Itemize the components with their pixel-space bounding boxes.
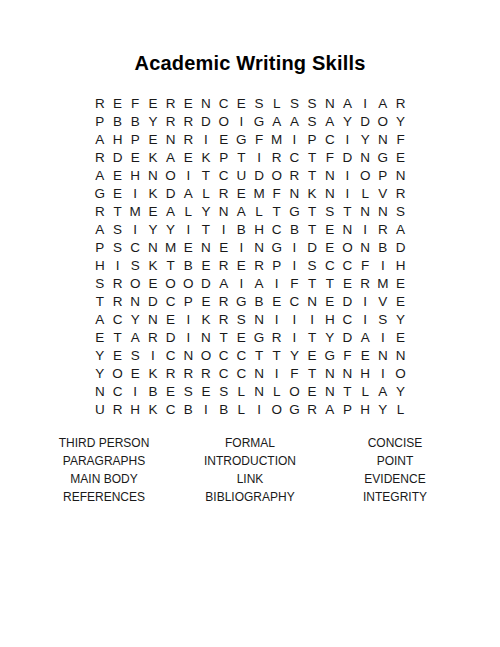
grid-cell-r12c15[interactable]: D <box>339 292 357 310</box>
grid-cell-r15c3[interactable]: S <box>126 346 144 364</box>
grid-cell-r12c3[interactable]: N <box>126 292 144 310</box>
grid-cell-r3c15[interactable]: I <box>339 130 357 148</box>
grid-cell-r1c14[interactable]: N <box>321 94 339 112</box>
grid-cell-r1c18[interactable]: R <box>392 94 410 112</box>
grid-cell-r8c14[interactable]: E <box>321 220 339 238</box>
grid-cell-r11c16[interactable]: R <box>356 274 374 292</box>
grid-cell-r5c16[interactable]: O <box>356 166 374 184</box>
grid-cell-r9c4[interactable]: N <box>144 238 162 256</box>
grid-cell-r3c2[interactable]: H <box>109 130 127 148</box>
grid-cell-r6c3[interactable]: I <box>126 184 144 202</box>
grid-cell-r6c16[interactable]: L <box>356 184 374 202</box>
grid-cell-r17c11[interactable]: L <box>268 382 286 400</box>
grid-cell-r18c6[interactable]: B <box>179 400 197 418</box>
grid-cell-r14c15[interactable]: D <box>339 328 357 346</box>
grid-cell-r7c15[interactable]: T <box>339 202 357 220</box>
grid-cell-r2c7[interactable]: D <box>197 112 215 130</box>
grid-cell-r13c18[interactable]: Y <box>392 310 410 328</box>
grid-cell-r10c7[interactable]: E <box>197 256 215 274</box>
grid-cell-r12c10[interactable]: B <box>250 292 268 310</box>
grid-cell-r1c6[interactable]: E <box>179 94 197 112</box>
grid-cell-r8c12[interactable]: B <box>286 220 304 238</box>
grid-cell-r14c5[interactable]: D <box>162 328 180 346</box>
grid-cell-r14c1[interactable]: E <box>91 328 109 346</box>
grid-cell-r1c3[interactable]: F <box>126 94 144 112</box>
grid-cell-r5c14[interactable]: N <box>321 166 339 184</box>
grid-cell-r17c10[interactable]: N <box>250 382 268 400</box>
grid-cell-r15c8[interactable]: C <box>215 346 233 364</box>
grid-cell-r1c8[interactable]: C <box>215 94 233 112</box>
grid-cell-r12c5[interactable]: C <box>162 292 180 310</box>
grid-cell-r10c15[interactable]: C <box>339 256 357 274</box>
grid-cell-r17c15[interactable]: T <box>339 382 357 400</box>
grid-cell-r14c13[interactable]: T <box>303 328 321 346</box>
grid-cell-r15c16[interactable]: E <box>356 346 374 364</box>
grid-cell-r3c12[interactable]: I <box>286 130 304 148</box>
grid-cell-r12c18[interactable]: E <box>392 292 410 310</box>
grid-cell-r10c11[interactable]: P <box>268 256 286 274</box>
grid-cell-r13c3[interactable]: Y <box>126 310 144 328</box>
grid-cell-r2c13[interactable]: S <box>303 112 321 130</box>
grid-cell-r13c13[interactable]: I <box>303 310 321 328</box>
grid-cell-r9c9[interactable]: I <box>233 238 251 256</box>
grid-cell-r2c14[interactable]: A <box>321 112 339 130</box>
grid-cell-r14c7[interactable]: N <box>197 328 215 346</box>
grid-cell-r1c4[interactable]: E <box>144 94 162 112</box>
grid-cell-r9c1[interactable]: P <box>91 238 109 256</box>
grid-cell-r17c6[interactable]: S <box>179 382 197 400</box>
grid-cell-r1c9[interactable]: E <box>233 94 251 112</box>
grid-cell-r16c4[interactable]: K <box>144 364 162 382</box>
grid-cell-r7c6[interactable]: L <box>179 202 197 220</box>
grid-cell-r11c11[interactable]: I <box>268 274 286 292</box>
grid-cell-r2c1[interactable]: P <box>91 112 109 130</box>
grid-cell-r5c15[interactable]: I <box>339 166 357 184</box>
grid-cell-r13c17[interactable]: S <box>374 310 392 328</box>
grid-cell-r12c9[interactable]: G <box>233 292 251 310</box>
grid-cell-r16c11[interactable]: I <box>268 364 286 382</box>
grid-cell-r8c2[interactable]: S <box>109 220 127 238</box>
grid-cell-r17c17[interactable]: A <box>374 382 392 400</box>
grid-cell-r9c10[interactable]: N <box>250 238 268 256</box>
grid-cell-r11c3[interactable]: O <box>126 274 144 292</box>
grid-cell-r13c4[interactable]: N <box>144 310 162 328</box>
grid-cell-r2c4[interactable]: Y <box>144 112 162 130</box>
grid-cell-r14c2[interactable]: T <box>109 328 127 346</box>
grid-cell-r5c10[interactable]: D <box>250 166 268 184</box>
grid-cell-r10c3[interactable]: S <box>126 256 144 274</box>
grid-cell-r5c12[interactable]: R <box>286 166 304 184</box>
grid-cell-r16c17[interactable]: I <box>374 364 392 382</box>
grid-cell-r17c8[interactable]: S <box>215 382 233 400</box>
grid-cell-r9c17[interactable]: B <box>374 238 392 256</box>
grid-cell-r15c1[interactable]: Y <box>91 346 109 364</box>
grid-cell-r11c5[interactable]: O <box>162 274 180 292</box>
grid-cell-r3c7[interactable]: I <box>197 130 215 148</box>
grid-cell-r16c6[interactable]: R <box>179 364 197 382</box>
grid-cell-r12c6[interactable]: P <box>179 292 197 310</box>
grid-cell-r2c2[interactable]: B <box>109 112 127 130</box>
grid-cell-r4c10[interactable]: I <box>250 148 268 166</box>
grid-cell-r12c13[interactable]: N <box>303 292 321 310</box>
grid-cell-r11c10[interactable]: A <box>250 274 268 292</box>
grid-cell-r16c10[interactable]: N <box>250 364 268 382</box>
grid-cell-r6c14[interactable]: N <box>321 184 339 202</box>
grid-cell-r7c12[interactable]: G <box>286 202 304 220</box>
grid-cell-r11c2[interactable]: R <box>109 274 127 292</box>
grid-cell-r10c13[interactable]: S <box>303 256 321 274</box>
grid-cell-r5c5[interactable]: O <box>162 166 180 184</box>
grid-cell-r6c4[interactable]: K <box>144 184 162 202</box>
grid-cell-r12c8[interactable]: R <box>215 292 233 310</box>
grid-cell-r10c5[interactable]: T <box>162 256 180 274</box>
grid-cell-r15c2[interactable]: E <box>109 346 127 364</box>
grid-cell-r7c18[interactable]: S <box>392 202 410 220</box>
grid-cell-r16c13[interactable]: T <box>303 364 321 382</box>
grid-cell-r16c7[interactable]: R <box>197 364 215 382</box>
grid-cell-r12c11[interactable]: E <box>268 292 286 310</box>
grid-cell-r18c16[interactable]: H <box>356 400 374 418</box>
grid-cell-r6c8[interactable]: R <box>215 184 233 202</box>
grid-cell-r5c4[interactable]: N <box>144 166 162 184</box>
grid-cell-r11c13[interactable]: T <box>303 274 321 292</box>
grid-cell-r10c16[interactable]: F <box>356 256 374 274</box>
grid-cell-r16c16[interactable]: H <box>356 364 374 382</box>
grid-cell-r1c2[interactable]: E <box>109 94 127 112</box>
grid-cell-r12c17[interactable]: V <box>374 292 392 310</box>
grid-cell-r16c8[interactable]: C <box>215 364 233 382</box>
grid-cell-r3c18[interactable]: F <box>392 130 410 148</box>
grid-cell-r11c8[interactable]: A <box>215 274 233 292</box>
grid-cell-r15c11[interactable]: T <box>268 346 286 364</box>
grid-cell-r10c4[interactable]: K <box>144 256 162 274</box>
grid-cell-r12c14[interactable]: E <box>321 292 339 310</box>
grid-cell-r15c14[interactable]: G <box>321 346 339 364</box>
grid-cell-r3c13[interactable]: P <box>303 130 321 148</box>
grid-cell-r15c15[interactable]: F <box>339 346 357 364</box>
grid-cell-r15c12[interactable]: Y <box>286 346 304 364</box>
grid-cell-r2c6[interactable]: R <box>179 112 197 130</box>
grid-cell-r6c11[interactable]: F <box>268 184 286 202</box>
grid-cell-r9c11[interactable]: G <box>268 238 286 256</box>
grid-cell-r14c12[interactable]: I <box>286 328 304 346</box>
grid-cell-r16c5[interactable]: R <box>162 364 180 382</box>
grid-cell-r7c8[interactable]: N <box>215 202 233 220</box>
grid-cell-r3c4[interactable]: E <box>144 130 162 148</box>
grid-cell-r11c6[interactable]: O <box>179 274 197 292</box>
grid-cell-r17c14[interactable]: N <box>321 382 339 400</box>
grid-cell-r9c8[interactable]: E <box>215 238 233 256</box>
grid-cell-r2c17[interactable]: O <box>374 112 392 130</box>
grid-cell-r13c1[interactable]: A <box>91 310 109 328</box>
grid-cell-r4c11[interactable]: R <box>268 148 286 166</box>
grid-cell-r6c17[interactable]: V <box>374 184 392 202</box>
grid-cell-r9c2[interactable]: S <box>109 238 127 256</box>
grid-cell-r17c1[interactable]: N <box>91 382 109 400</box>
grid-cell-r8c17[interactable]: R <box>374 220 392 238</box>
grid-cell-r7c16[interactable]: N <box>356 202 374 220</box>
grid-cell-r10c12[interactable]: I <box>286 256 304 274</box>
grid-cell-r1c15[interactable]: A <box>339 94 357 112</box>
grid-cell-r12c2[interactable]: R <box>109 292 127 310</box>
grid-cell-r2c10[interactable]: G <box>250 112 268 130</box>
grid-cell-r14c16[interactable]: A <box>356 328 374 346</box>
grid-cell-r5c18[interactable]: N <box>392 166 410 184</box>
grid-cell-r15c17[interactable]: N <box>374 346 392 364</box>
grid-cell-r4c3[interactable]: E <box>126 148 144 166</box>
grid-cell-r3c11[interactable]: M <box>268 130 286 148</box>
grid-cell-r1c16[interactable]: I <box>356 94 374 112</box>
grid-cell-r14c3[interactable]: A <box>126 328 144 346</box>
grid-cell-r13c16[interactable]: I <box>356 310 374 328</box>
grid-cell-r18c11[interactable]: O <box>268 400 286 418</box>
grid-cell-r10c9[interactable]: E <box>233 256 251 274</box>
grid-cell-r4c15[interactable]: D <box>339 148 357 166</box>
grid-cell-r11c14[interactable]: T <box>321 274 339 292</box>
grid-cell-r8c15[interactable]: N <box>339 220 357 238</box>
grid-cell-r4c6[interactable]: E <box>179 148 197 166</box>
grid-cell-r8c16[interactable]: I <box>356 220 374 238</box>
grid-cell-r3c8[interactable]: E <box>215 130 233 148</box>
grid-cell-r11c1[interactable]: S <box>91 274 109 292</box>
grid-cell-r13c6[interactable]: I <box>179 310 197 328</box>
grid-cell-r5c8[interactable]: C <box>215 166 233 184</box>
grid-cell-r9c13[interactable]: D <box>303 238 321 256</box>
grid-cell-r9c16[interactable]: N <box>356 238 374 256</box>
grid-cell-r11c4[interactable]: E <box>144 274 162 292</box>
grid-cell-r2c11[interactable]: A <box>268 112 286 130</box>
grid-cell-r4c12[interactable]: C <box>286 148 304 166</box>
grid-cell-r16c18[interactable]: O <box>392 364 410 382</box>
grid-cell-r6c6[interactable]: A <box>179 184 197 202</box>
grid-cell-r8c10[interactable]: H <box>250 220 268 238</box>
grid-cell-r16c9[interactable]: C <box>233 364 251 382</box>
grid-cell-r7c13[interactable]: T <box>303 202 321 220</box>
grid-cell-r4c18[interactable]: E <box>392 148 410 166</box>
grid-cell-r2c15[interactable]: Y <box>339 112 357 130</box>
grid-cell-r17c13[interactable]: E <box>303 382 321 400</box>
grid-cell-r14c14[interactable]: Y <box>321 328 339 346</box>
grid-cell-r9c7[interactable]: N <box>197 238 215 256</box>
grid-cell-r17c12[interactable]: O <box>286 382 304 400</box>
grid-cell-r8c11[interactable]: C <box>268 220 286 238</box>
grid-cell-r2c18[interactable]: Y <box>392 112 410 130</box>
grid-cell-r9c14[interactable]: E <box>321 238 339 256</box>
grid-cell-r10c18[interactable]: H <box>392 256 410 274</box>
grid-cell-r10c14[interactable]: C <box>321 256 339 274</box>
grid-cell-r12c4[interactable]: D <box>144 292 162 310</box>
grid-cell-r18c3[interactable]: H <box>126 400 144 418</box>
grid-cell-r13c7[interactable]: K <box>197 310 215 328</box>
grid-cell-r18c8[interactable]: B <box>215 400 233 418</box>
grid-cell-r17c5[interactable]: E <box>162 382 180 400</box>
grid-cell-r13c5[interactable]: E <box>162 310 180 328</box>
grid-cell-r9c5[interactable]: M <box>162 238 180 256</box>
grid-cell-r2c12[interactable]: A <box>286 112 304 130</box>
grid-cell-r1c1[interactable]: R <box>91 94 109 112</box>
grid-cell-r7c7[interactable]: Y <box>197 202 215 220</box>
grid-cell-r9c6[interactable]: E <box>179 238 197 256</box>
grid-cell-r1c13[interactable]: S <box>303 94 321 112</box>
grid-cell-r16c2[interactable]: O <box>109 364 127 382</box>
grid-cell-r9c18[interactable]: D <box>392 238 410 256</box>
grid-cell-r10c6[interactable]: B <box>179 256 197 274</box>
grid-cell-r18c12[interactable]: G <box>286 400 304 418</box>
grid-cell-r4c4[interactable]: K <box>144 148 162 166</box>
grid-cell-r14c9[interactable]: E <box>233 328 251 346</box>
grid-cell-r1c7[interactable]: N <box>197 94 215 112</box>
grid-cell-r16c1[interactable]: Y <box>91 364 109 382</box>
grid-cell-r17c18[interactable]: Y <box>392 382 410 400</box>
grid-cell-r14c17[interactable]: I <box>374 328 392 346</box>
grid-cell-r14c18[interactable]: E <box>392 328 410 346</box>
grid-cell-r6c5[interactable]: D <box>162 184 180 202</box>
grid-cell-r10c17[interactable]: I <box>374 256 392 274</box>
grid-cell-r6c18[interactable]: R <box>392 184 410 202</box>
grid-cell-r18c10[interactable]: I <box>250 400 268 418</box>
grid-cell-r8c4[interactable]: Y <box>144 220 162 238</box>
grid-cell-r7c14[interactable]: S <box>321 202 339 220</box>
grid-cell-r6c15[interactable]: I <box>339 184 357 202</box>
grid-cell-r7c5[interactable]: A <box>162 202 180 220</box>
grid-cell-r11c7[interactable]: D <box>197 274 215 292</box>
grid-cell-r11c12[interactable]: F <box>286 274 304 292</box>
grid-cell-r15c7[interactable]: O <box>197 346 215 364</box>
grid-cell-r14c8[interactable]: T <box>215 328 233 346</box>
grid-cell-r12c1[interactable]: T <box>91 292 109 310</box>
grid-cell-r17c4[interactable]: B <box>144 382 162 400</box>
grid-cell-r9c12[interactable]: I <box>286 238 304 256</box>
grid-cell-r11c15[interactable]: E <box>339 274 357 292</box>
grid-cell-r7c4[interactable]: E <box>144 202 162 220</box>
grid-cell-r13c15[interactable]: C <box>339 310 357 328</box>
grid-cell-r13c2[interactable]: C <box>109 310 127 328</box>
grid-cell-r18c17[interactable]: Y <box>374 400 392 418</box>
grid-cell-r15c13[interactable]: E <box>303 346 321 364</box>
grid-cell-r5c6[interactable]: I <box>179 166 197 184</box>
grid-cell-r3c1[interactable]: A <box>91 130 109 148</box>
grid-cell-r12c16[interactable]: I <box>356 292 374 310</box>
grid-cell-r8c18[interactable]: A <box>392 220 410 238</box>
grid-cell-r5c13[interactable]: T <box>303 166 321 184</box>
grid-cell-r7c1[interactable]: R <box>91 202 109 220</box>
grid-cell-r11c17[interactable]: M <box>374 274 392 292</box>
grid-cell-r7c9[interactable]: A <box>233 202 251 220</box>
grid-cell-r10c1[interactable]: H <box>91 256 109 274</box>
grid-cell-r4c7[interactable]: K <box>197 148 215 166</box>
grid-cell-r4c14[interactable]: F <box>321 148 339 166</box>
grid-cell-r10c8[interactable]: R <box>215 256 233 274</box>
grid-cell-r5c11[interactable]: O <box>268 166 286 184</box>
grid-cell-r7c3[interactable]: M <box>126 202 144 220</box>
grid-cell-r16c15[interactable]: N <box>339 364 357 382</box>
grid-cell-r17c16[interactable]: L <box>356 382 374 400</box>
grid-cell-r13c12[interactable]: I <box>286 310 304 328</box>
grid-cell-r14c4[interactable]: R <box>144 328 162 346</box>
grid-cell-r6c12[interactable]: N <box>286 184 304 202</box>
grid-cell-r18c1[interactable]: U <box>91 400 109 418</box>
grid-cell-r18c18[interactable]: L <box>392 400 410 418</box>
grid-cell-r11c9[interactable]: I <box>233 274 251 292</box>
grid-cell-r15c6[interactable]: N <box>179 346 197 364</box>
grid-cell-r3c5[interactable]: N <box>162 130 180 148</box>
grid-cell-r8c7[interactable]: T <box>197 220 215 238</box>
grid-cell-r13c10[interactable]: N <box>250 310 268 328</box>
grid-cell-r3c10[interactable]: F <box>250 130 268 148</box>
grid-cell-r7c17[interactable]: N <box>374 202 392 220</box>
grid-cell-r6c13[interactable]: K <box>303 184 321 202</box>
grid-cell-r17c9[interactable]: L <box>233 382 251 400</box>
grid-cell-r13c9[interactable]: S <box>233 310 251 328</box>
grid-cell-r15c10[interactable]: T <box>250 346 268 364</box>
grid-cell-r1c17[interactable]: A <box>374 94 392 112</box>
grid-cell-r14c11[interactable]: R <box>268 328 286 346</box>
grid-cell-r5c2[interactable]: E <box>109 166 127 184</box>
grid-cell-r4c17[interactable]: G <box>374 148 392 166</box>
grid-cell-r15c4[interactable]: I <box>144 346 162 364</box>
grid-cell-r4c1[interactable]: R <box>91 148 109 166</box>
grid-cell-r18c4[interactable]: K <box>144 400 162 418</box>
grid-cell-r3c14[interactable]: C <box>321 130 339 148</box>
grid-cell-r13c8[interactable]: R <box>215 310 233 328</box>
grid-cell-r18c5[interactable]: C <box>162 400 180 418</box>
grid-cell-r8c8[interactable]: I <box>215 220 233 238</box>
grid-cell-r18c14[interactable]: A <box>321 400 339 418</box>
grid-cell-r5c17[interactable]: P <box>374 166 392 184</box>
grid-cell-r5c1[interactable]: A <box>91 166 109 184</box>
grid-cell-r4c8[interactable]: P <box>215 148 233 166</box>
grid-cell-r1c5[interactable]: R <box>162 94 180 112</box>
grid-cell-r17c2[interactable]: C <box>109 382 127 400</box>
grid-cell-r8c13[interactable]: T <box>303 220 321 238</box>
grid-cell-r10c2[interactable]: I <box>109 256 127 274</box>
grid-cell-r15c18[interactable]: N <box>392 346 410 364</box>
grid-cell-r3c9[interactable]: G <box>233 130 251 148</box>
grid-cell-r13c14[interactable]: H <box>321 310 339 328</box>
grid-cell-r16c3[interactable]: E <box>126 364 144 382</box>
grid-cell-r7c10[interactable]: L <box>250 202 268 220</box>
grid-cell-r14c6[interactable]: I <box>179 328 197 346</box>
grid-cell-r2c9[interactable]: I <box>233 112 251 130</box>
grid-cell-r8c9[interactable]: B <box>233 220 251 238</box>
grid-cell-r8c1[interactable]: A <box>91 220 109 238</box>
grid-cell-r8c6[interactable]: I <box>179 220 197 238</box>
grid-cell-r8c5[interactable]: Y <box>162 220 180 238</box>
grid-cell-r17c3[interactable]: I <box>126 382 144 400</box>
grid-cell-r8c3[interactable]: I <box>126 220 144 238</box>
grid-cell-r5c9[interactable]: U <box>233 166 251 184</box>
grid-cell-r4c13[interactable]: T <box>303 148 321 166</box>
grid-cell-r16c12[interactable]: F <box>286 364 304 382</box>
grid-cell-r3c6[interactable]: R <box>179 130 197 148</box>
grid-cell-r3c16[interactable]: Y <box>356 130 374 148</box>
grid-cell-r15c5[interactable]: C <box>162 346 180 364</box>
grid-cell-r6c7[interactable]: L <box>197 184 215 202</box>
grid-cell-r4c9[interactable]: T <box>233 148 251 166</box>
grid-cell-r18c2[interactable]: R <box>109 400 127 418</box>
grid-cell-r1c10[interactable]: S <box>250 94 268 112</box>
grid-cell-r15c9[interactable]: C <box>233 346 251 364</box>
grid-cell-r9c15[interactable]: O <box>339 238 357 256</box>
grid-cell-r17c7[interactable]: E <box>197 382 215 400</box>
grid-cell-r6c9[interactable]: E <box>233 184 251 202</box>
grid-cell-r7c2[interactable]: T <box>109 202 127 220</box>
grid-cell-r18c13[interactable]: R <box>303 400 321 418</box>
grid-cell-r4c2[interactable]: D <box>109 148 127 166</box>
grid-cell-r18c7[interactable]: I <box>197 400 215 418</box>
grid-cell-r16c14[interactable]: N <box>321 364 339 382</box>
grid-cell-r2c3[interactable]: B <box>126 112 144 130</box>
